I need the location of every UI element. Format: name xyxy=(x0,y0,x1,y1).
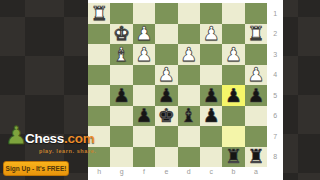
rank-label-4: 4 xyxy=(267,65,283,86)
square-e3[interactable] xyxy=(155,44,177,65)
rank-label-8: 8 xyxy=(267,147,283,168)
square-e1[interactable] xyxy=(155,3,177,24)
square-b5[interactable]: ♟ xyxy=(222,85,244,106)
square-c3[interactable] xyxy=(200,44,222,65)
square-g2[interactable]: ♚ xyxy=(110,24,132,45)
square-f3[interactable]: ♟ xyxy=(133,44,155,65)
piece-black-pawn-c6[interactable]: ♟ xyxy=(203,106,220,125)
square-d4[interactable] xyxy=(178,65,200,86)
square-c8[interactable] xyxy=(200,147,222,168)
rank-label-3: 3 xyxy=(267,44,283,65)
logo-tagline: play. learn. share. xyxy=(39,148,96,154)
piece-black-pawn-b5[interactable]: ♟ xyxy=(225,85,242,104)
square-d2[interactable] xyxy=(178,24,200,45)
signup-button[interactable]: Sign Up - It's FREE! xyxy=(3,161,69,176)
file-label-a: a xyxy=(245,167,267,180)
piece-black-king-e6[interactable]: ♚ xyxy=(158,106,175,125)
square-d5[interactable] xyxy=(178,85,200,106)
file-label-e: e xyxy=(155,167,177,180)
square-b8[interactable]: ♜ xyxy=(222,147,244,168)
piece-black-pawn-c5[interactable]: ♟ xyxy=(203,85,220,104)
square-e6[interactable]: ♚ xyxy=(155,106,177,127)
piece-black-pawn-f6[interactable]: ♟ xyxy=(135,106,152,125)
square-g4[interactable] xyxy=(110,65,132,86)
board-widget: ♜♚♟♟♜♝♟♟♟♟♟♟♟♟♟♟♟♚♝♟♜♜ hgfedcba 12345678 xyxy=(88,0,283,180)
square-d6[interactable]: ♝ xyxy=(178,106,200,127)
rank-label-7: 7 xyxy=(267,126,283,147)
square-c2[interactable]: ♟ xyxy=(200,24,222,45)
file-label-g: g xyxy=(110,167,132,180)
piece-white-pawn-f2[interactable]: ♟ xyxy=(135,24,152,43)
logo-suffix: .com xyxy=(64,131,94,146)
square-a6[interactable] xyxy=(245,106,267,127)
square-f6[interactable]: ♟ xyxy=(133,106,155,127)
piece-white-pawn-c2[interactable]: ♟ xyxy=(203,24,220,43)
piece-black-rook-a8[interactable]: ♜ xyxy=(247,147,264,166)
square-b2[interactable] xyxy=(222,24,244,45)
square-h5[interactable] xyxy=(88,85,110,106)
square-d7[interactable] xyxy=(178,126,200,147)
square-a4[interactable]: ♟ xyxy=(245,65,267,86)
square-a7[interactable] xyxy=(245,126,267,147)
piece-white-rook-h1[interactable]: ♜ xyxy=(91,3,108,22)
square-c6[interactable]: ♟ xyxy=(200,106,222,127)
square-f7[interactable] xyxy=(133,126,155,147)
piece-white-pawn-a4[interactable]: ♟ xyxy=(247,65,264,84)
video-frame: ♜♚♟♟♜♝♟♟♟♟♟♟♟♟♟♟♟♚♝♟♜♜ hgfedcba 12345678… xyxy=(0,0,320,180)
square-h1[interactable]: ♜ xyxy=(88,3,110,24)
square-b1[interactable] xyxy=(222,3,244,24)
square-a3[interactable] xyxy=(245,44,267,65)
square-f1[interactable] xyxy=(133,3,155,24)
logo-primary: Chess xyxy=(25,131,64,146)
square-b7[interactable] xyxy=(222,126,244,147)
piece-white-rook-a2[interactable]: ♜ xyxy=(247,24,264,43)
rank-label-1: 1 xyxy=(267,3,283,24)
square-e8[interactable] xyxy=(155,147,177,168)
square-d1[interactable] xyxy=(178,3,200,24)
square-h3[interactable] xyxy=(88,44,110,65)
square-f4[interactable] xyxy=(133,65,155,86)
square-e5[interactable]: ♟ xyxy=(155,85,177,106)
piece-white-pawn-d3[interactable]: ♟ xyxy=(180,44,197,63)
file-label-b: b xyxy=(222,167,244,180)
file-labels: hgfedcba xyxy=(88,167,267,180)
square-b4[interactable] xyxy=(222,65,244,86)
piece-black-bishop-d6[interactable]: ♝ xyxy=(180,106,197,125)
square-e2[interactable] xyxy=(155,24,177,45)
square-a8[interactable]: ♜ xyxy=(245,147,267,168)
chesscom-logo: Chess.com xyxy=(25,131,94,146)
piece-white-pawn-f3[interactable]: ♟ xyxy=(135,44,152,63)
rank-label-2: 2 xyxy=(267,24,283,45)
piece-black-rook-b8[interactable]: ♜ xyxy=(225,147,242,166)
piece-white-bishop-g3[interactable]: ♝ xyxy=(113,44,130,63)
square-f5[interactable] xyxy=(133,85,155,106)
piece-white-pawn-e4[interactable]: ♟ xyxy=(158,65,175,84)
square-e4[interactable]: ♟ xyxy=(155,65,177,86)
square-h6[interactable] xyxy=(88,106,110,127)
square-h4[interactable] xyxy=(88,65,110,86)
square-b3[interactable]: ♟ xyxy=(222,44,244,65)
piece-black-pawn-a5[interactable]: ♟ xyxy=(247,85,264,104)
file-label-f: f xyxy=(133,167,155,180)
square-g6[interactable] xyxy=(110,106,132,127)
chessboard: ♜♚♟♟♜♝♟♟♟♟♟♟♟♟♟♟♟♚♝♟♜♜ xyxy=(88,3,267,167)
piece-white-king-g2[interactable]: ♚ xyxy=(113,24,130,43)
square-g1[interactable] xyxy=(110,3,132,24)
file-label-d: d xyxy=(178,167,200,180)
square-g7[interactable] xyxy=(110,126,132,147)
square-c4[interactable] xyxy=(200,65,222,86)
piece-white-pawn-b3[interactable]: ♟ xyxy=(225,44,242,63)
piece-black-pawn-e5[interactable]: ♟ xyxy=(158,85,175,104)
square-g5[interactable]: ♟ xyxy=(110,85,132,106)
square-f2[interactable]: ♟ xyxy=(133,24,155,45)
square-a1[interactable] xyxy=(245,3,267,24)
square-a2[interactable]: ♜ xyxy=(245,24,267,45)
square-c7[interactable] xyxy=(200,126,222,147)
square-d3[interactable]: ♟ xyxy=(178,44,200,65)
rank-label-5: 5 xyxy=(267,85,283,106)
square-f8[interactable] xyxy=(133,147,155,168)
square-c1[interactable] xyxy=(200,3,222,24)
square-g3[interactable]: ♝ xyxy=(110,44,132,65)
square-a5[interactable]: ♟ xyxy=(245,85,267,106)
square-e7[interactable] xyxy=(155,126,177,147)
file-label-c: c xyxy=(200,167,222,180)
square-g8[interactable] xyxy=(110,147,132,168)
square-h2[interactable] xyxy=(88,24,110,45)
piece-black-pawn-g5[interactable]: ♟ xyxy=(113,85,130,104)
file-label-h: h xyxy=(88,167,110,180)
rank-labels: 12345678 xyxy=(267,3,283,167)
square-d8[interactable] xyxy=(178,147,200,168)
rank-label-6: 6 xyxy=(267,106,283,127)
square-b6[interactable] xyxy=(222,106,244,127)
square-c5[interactable]: ♟ xyxy=(200,85,222,106)
